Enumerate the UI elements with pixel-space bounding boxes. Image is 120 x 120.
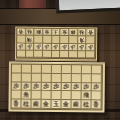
board-grid-bottom: 歩歩歩歩歩歩歩歩歩角飛香桂銀金玉金銀桂香 [10, 63, 102, 110]
square-71[interactable]: 銀 [35, 29, 44, 36]
square-67[interactable]: 歩 [42, 82, 52, 91]
square-18[interactable] [92, 92, 102, 101]
square-95[interactable] [12, 64, 22, 73]
square-34[interactable] [69, 51, 78, 58]
shogi-piece-rook-sente[interactable]: 飛 [82, 92, 90, 99]
square-28[interactable]: 飛 [82, 92, 92, 101]
square-73[interactable]: 歩 [34, 43, 43, 50]
square-48[interactable] [62, 91, 72, 100]
square-15[interactable] [92, 65, 102, 74]
shogi-piece-knight-gote[interactable]: 桂 [26, 29, 33, 35]
shogi-piece-rook-gote[interactable]: 飛 [26, 36, 33, 42]
scene: 香桂銀金王金銀桂香飛角歩歩歩歩歩歩歩歩歩 歩歩歩歩歩歩歩歩歩角飛香桂銀金玉金銀桂… [0, 0, 120, 120]
square-57[interactable]: 歩 [52, 83, 62, 92]
square-84[interactable] [26, 50, 35, 57]
square-35[interactable] [72, 65, 82, 74]
square-12[interactable] [86, 37, 95, 44]
square-11[interactable]: 香 [87, 29, 96, 36]
square-22[interactable]: 角 [78, 36, 87, 43]
square-58[interactable] [52, 91, 62, 100]
square-29[interactable]: 桂 [81, 100, 91, 109]
square-52[interactable] [52, 36, 61, 43]
shogi-piece-pawn-gote[interactable]: 歩 [35, 43, 42, 49]
square-93[interactable]: 歩 [17, 43, 26, 50]
shogi-piece-pawn-gote[interactable]: 歩 [52, 44, 59, 50]
shogi-piece-knight-gote[interactable]: 桂 [78, 29, 85, 35]
board-grid-top: 香桂銀金王金銀桂香飛角歩歩歩歩歩歩歩歩歩 [16, 28, 96, 60]
square-78[interactable] [32, 91, 42, 100]
square-36[interactable] [72, 74, 82, 83]
square-42[interactable] [61, 36, 70, 43]
square-39[interactable]: 銀 [71, 100, 81, 109]
shogi-piece-lance-gote[interactable]: 香 [87, 30, 94, 36]
square-56[interactable] [52, 74, 62, 83]
shogi-piece-bishop-sente[interactable]: 角 [22, 91, 30, 98]
square-87[interactable]: 歩 [22, 82, 32, 91]
shogi-piece-gold-gote[interactable]: 金 [61, 29, 68, 35]
shogi-board-top-panel: 香桂銀金王金銀桂香飛角歩歩歩歩歩歩歩歩歩 [15, 27, 97, 62]
shogi-piece-pawn-sente[interactable]: 歩 [22, 83, 30, 90]
shogi-board: 香桂銀金王金銀桂香飛角歩歩歩歩歩歩歩歩歩 歩歩歩歩歩歩歩歩歩角飛香桂銀金玉金銀桂… [0, 0, 120, 120]
square-86[interactable] [22, 73, 32, 82]
shogi-piece-silver-gote[interactable]: 銀 [70, 29, 77, 35]
square-47[interactable]: 歩 [62, 83, 72, 92]
square-23[interactable]: 歩 [78, 44, 87, 51]
square-53[interactable]: 歩 [52, 43, 61, 50]
square-59[interactable]: 玉 [51, 100, 61, 109]
square-98[interactable] [12, 91, 22, 100]
square-79[interactable]: 銀 [31, 100, 41, 109]
shogi-piece-pawn-gote[interactable]: 歩 [70, 44, 77, 50]
square-88[interactable]: 角 [22, 91, 32, 100]
square-83[interactable]: 歩 [26, 43, 35, 50]
square-51[interactable]: 王 [52, 29, 61, 36]
square-65[interactable] [42, 65, 52, 74]
square-81[interactable]: 桂 [26, 29, 35, 36]
square-26[interactable] [82, 74, 92, 83]
square-46[interactable] [62, 74, 72, 83]
shogi-piece-pawn-sente[interactable]: 歩 [82, 83, 90, 90]
square-72[interactable] [35, 36, 44, 43]
shogi-piece-pawn-gote[interactable]: 歩 [26, 43, 33, 49]
shogi-piece-gold-sente[interactable]: 金 [62, 101, 70, 108]
shogi-piece-pawn-sente[interactable]: 歩 [12, 82, 20, 89]
square-33[interactable]: 歩 [69, 44, 78, 51]
square-55[interactable] [52, 65, 62, 74]
shogi-piece-knight-sente[interactable]: 桂 [82, 101, 90, 108]
shogi-piece-pawn-gote[interactable]: 歩 [87, 44, 94, 50]
shogi-piece-gold-sente[interactable]: 金 [42, 100, 50, 107]
square-96[interactable] [12, 73, 22, 82]
shogi-piece-pawn-sente[interactable]: 歩 [62, 83, 70, 90]
square-21[interactable]: 桂 [78, 29, 87, 36]
shogi-piece-knight-sente[interactable]: 桂 [22, 100, 30, 107]
square-92[interactable] [17, 36, 26, 43]
shogi-board-bottom-panel: 歩歩歩歩歩歩歩歩歩角飛香桂銀金玉金銀桂香 [8, 61, 105, 112]
square-17[interactable]: 歩 [92, 83, 102, 92]
shogi-piece-pawn-sente[interactable]: 歩 [72, 83, 80, 90]
shogi-piece-silver-gote[interactable]: 銀 [35, 29, 42, 35]
square-76[interactable] [32, 74, 42, 83]
square-74[interactable] [34, 50, 43, 57]
square-89[interactable]: 桂 [21, 100, 31, 109]
shogi-piece-silver-sente[interactable]: 銀 [72, 101, 80, 108]
shogi-piece-pawn-gote[interactable]: 歩 [44, 44, 51, 50]
square-13[interactable]: 歩 [86, 44, 95, 51]
square-64[interactable] [43, 51, 52, 58]
shogi-piece-lance-sente[interactable]: 香 [12, 100, 20, 107]
shogi-piece-pawn-gote[interactable]: 歩 [61, 44, 68, 50]
square-75[interactable] [32, 65, 42, 74]
shogi-piece-lance-sente[interactable]: 香 [92, 101, 100, 108]
shogi-piece-gold-gote[interactable]: 金 [44, 29, 51, 35]
square-25[interactable] [82, 65, 92, 74]
shogi-piece-bishop-gote[interactable]: 角 [78, 37, 85, 43]
shogi-piece-pawn-sente[interactable]: 歩 [32, 83, 40, 90]
square-99[interactable]: 香 [11, 100, 21, 109]
square-16[interactable] [92, 74, 102, 83]
square-27[interactable]: 歩 [82, 83, 92, 92]
square-66[interactable] [42, 74, 52, 83]
square-14[interactable] [86, 51, 95, 58]
square-63[interactable]: 歩 [43, 43, 52, 50]
shogi-piece-king-gote[interactable]: 王 [52, 29, 59, 35]
square-31[interactable]: 銀 [69, 29, 78, 36]
square-38[interactable] [72, 92, 82, 101]
square-19[interactable]: 香 [91, 101, 101, 110]
square-37[interactable]: 歩 [72, 83, 82, 92]
square-68[interactable] [42, 91, 52, 100]
square-61[interactable]: 金 [43, 29, 52, 36]
square-91[interactable]: 香 [17, 29, 26, 36]
shogi-piece-lance-gote[interactable]: 香 [18, 29, 25, 35]
shogi-piece-pawn-gote[interactable]: 歩 [18, 43, 25, 49]
square-82[interactable]: 飛 [26, 36, 35, 43]
square-97[interactable]: 歩 [12, 82, 22, 91]
square-77[interactable]: 歩 [32, 82, 42, 91]
square-94[interactable] [17, 50, 26, 57]
shogi-piece-pawn-sente[interactable]: 歩 [52, 83, 60, 90]
square-45[interactable] [62, 65, 72, 74]
square-44[interactable] [60, 51, 69, 58]
square-49[interactable]: 金 [61, 100, 71, 109]
square-32[interactable] [69, 36, 78, 43]
square-69[interactable]: 金 [41, 100, 51, 109]
shogi-piece-king-sente[interactable]: 玉 [52, 100, 60, 107]
square-62[interactable] [43, 36, 52, 43]
square-54[interactable] [52, 51, 61, 58]
square-85[interactable] [22, 65, 32, 74]
shogi-piece-pawn-sente[interactable]: 歩 [42, 83, 50, 90]
square-24[interactable] [78, 51, 87, 58]
square-41[interactable]: 金 [61, 29, 70, 36]
shogi-piece-pawn-sente[interactable]: 歩 [92, 83, 100, 90]
shogi-piece-silver-sente[interactable]: 銀 [32, 100, 40, 107]
square-43[interactable]: 歩 [60, 44, 69, 51]
shogi-piece-pawn-gote[interactable]: 歩 [78, 44, 85, 50]
